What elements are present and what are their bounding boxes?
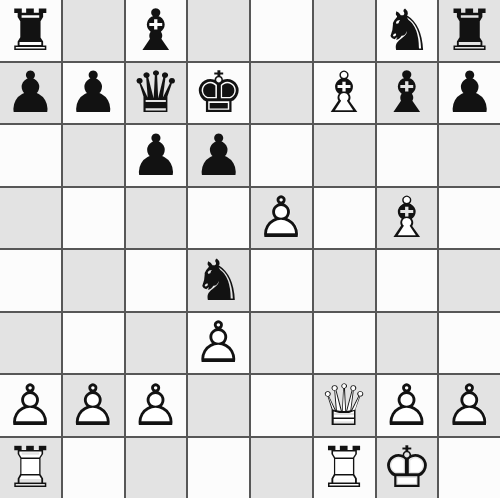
- piece-glyph: ♙: [5, 377, 56, 434]
- piece-black-pawn[interactable]: ♟: [444, 64, 495, 121]
- piece-glyph: ♟: [5, 64, 56, 121]
- piece-glyph: ♕: [319, 377, 370, 434]
- square-f8[interactable]: [314, 0, 375, 61]
- square-c5[interactable]: [126, 188, 187, 249]
- piece-glyph: ♞: [193, 252, 244, 309]
- piece-black-king[interactable]: ♚: [193, 64, 244, 121]
- piece-white-pawn[interactable]: ♟♙: [193, 314, 244, 371]
- square-g6[interactable]: [377, 125, 438, 186]
- square-g8[interactable]: ♞: [377, 0, 438, 61]
- square-a7[interactable]: ♟: [0, 63, 61, 124]
- square-h3[interactable]: [439, 313, 500, 374]
- piece-white-pawn[interactable]: ♟♙: [5, 377, 56, 434]
- square-a5[interactable]: [0, 188, 61, 249]
- square-a2[interactable]: ♟♙: [0, 375, 61, 436]
- piece-glyph: ♝: [130, 2, 181, 59]
- square-g1[interactable]: ♚♔: [377, 438, 438, 498]
- piece-white-pawn[interactable]: ♟♙: [130, 377, 181, 434]
- square-e2[interactable]: [251, 375, 312, 436]
- piece-black-pawn[interactable]: ♟: [193, 127, 244, 184]
- square-b6[interactable]: [63, 125, 124, 186]
- chess-board: ♜♝♞♜♟♟♛♚♝♗♝♟♟♟♟♙♝♗♞♟♙♟♙♟♙♟♙♛♕♟♙♟♙♜♖♜♖♚♔: [0, 0, 500, 498]
- square-d8[interactable]: [188, 0, 249, 61]
- square-d7[interactable]: ♚: [188, 63, 249, 124]
- piece-glyph: ♛: [130, 64, 181, 121]
- chess-board-wrap: ♜♝♞♜♟♟♛♚♝♗♝♟♟♟♟♙♝♗♞♟♙♟♙♟♙♟♙♛♕♟♙♟♙♜♖♜♖♚♔: [0, 0, 500, 498]
- piece-black-knight[interactable]: ♞: [381, 2, 432, 59]
- square-a1[interactable]: ♜♖: [0, 438, 61, 498]
- square-e4[interactable]: [251, 250, 312, 311]
- square-b5[interactable]: [63, 188, 124, 249]
- square-b8[interactable]: [63, 0, 124, 61]
- square-f3[interactable]: [314, 313, 375, 374]
- square-d6[interactable]: ♟: [188, 125, 249, 186]
- square-f4[interactable]: [314, 250, 375, 311]
- piece-black-knight[interactable]: ♞: [193, 252, 244, 309]
- piece-black-rook[interactable]: ♜: [444, 2, 495, 59]
- square-h8[interactable]: ♜: [439, 0, 500, 61]
- square-c1[interactable]: [126, 438, 187, 498]
- square-d2[interactable]: [188, 375, 249, 436]
- square-c8[interactable]: ♝: [126, 0, 187, 61]
- piece-glyph: ♟: [193, 127, 244, 184]
- square-c3[interactable]: [126, 313, 187, 374]
- piece-black-pawn[interactable]: ♟: [68, 64, 119, 121]
- square-f1[interactable]: ♜♖: [314, 438, 375, 498]
- piece-glyph: ♞: [381, 2, 432, 59]
- square-c4[interactable]: [126, 250, 187, 311]
- piece-glyph: ♖: [319, 439, 370, 496]
- square-f5[interactable]: [314, 188, 375, 249]
- piece-white-pawn[interactable]: ♟♙: [444, 377, 495, 434]
- piece-glyph: ♗: [319, 64, 370, 121]
- square-g5[interactable]: ♝♗: [377, 188, 438, 249]
- square-a4[interactable]: [0, 250, 61, 311]
- square-c7[interactable]: ♛: [126, 63, 187, 124]
- square-b7[interactable]: ♟: [63, 63, 124, 124]
- piece-black-bishop[interactable]: ♝: [381, 64, 432, 121]
- piece-glyph: ♟: [68, 64, 119, 121]
- piece-black-pawn[interactable]: ♟: [5, 64, 56, 121]
- piece-white-queen[interactable]: ♛♕: [319, 377, 370, 434]
- square-g7[interactable]: ♝: [377, 63, 438, 124]
- square-g3[interactable]: [377, 313, 438, 374]
- piece-glyph: ♟: [130, 127, 181, 184]
- square-a3[interactable]: [0, 313, 61, 374]
- square-f2[interactable]: ♛♕: [314, 375, 375, 436]
- piece-glyph: ♙: [444, 377, 495, 434]
- square-g4[interactable]: [377, 250, 438, 311]
- square-e7[interactable]: [251, 63, 312, 124]
- piece-glyph: ♚: [193, 64, 244, 121]
- square-d3[interactable]: ♟♙: [188, 313, 249, 374]
- square-f6[interactable]: [314, 125, 375, 186]
- square-a6[interactable]: [0, 125, 61, 186]
- square-h5[interactable]: [439, 188, 500, 249]
- piece-white-bishop[interactable]: ♝♗: [381, 189, 432, 246]
- square-d5[interactable]: [188, 188, 249, 249]
- square-h1[interactable]: [439, 438, 500, 498]
- square-e8[interactable]: [251, 0, 312, 61]
- piece-white-rook[interactable]: ♜♖: [5, 439, 56, 496]
- square-g2[interactable]: ♟♙: [377, 375, 438, 436]
- square-h6[interactable]: [439, 125, 500, 186]
- square-h2[interactable]: ♟♙: [439, 375, 500, 436]
- piece-white-rook[interactable]: ♜♖: [319, 439, 370, 496]
- square-d4[interactable]: ♞: [188, 250, 249, 311]
- piece-glyph: ♙: [381, 377, 432, 434]
- square-b2[interactable]: ♟♙: [63, 375, 124, 436]
- piece-white-bishop[interactable]: ♝♗: [319, 64, 370, 121]
- piece-glyph: ♔: [381, 439, 432, 496]
- piece-glyph: ♜: [5, 2, 56, 59]
- square-b3[interactable]: [63, 313, 124, 374]
- square-h7[interactable]: ♟: [439, 63, 500, 124]
- piece-glyph: ♖: [5, 439, 56, 496]
- piece-glyph: ♟: [444, 64, 495, 121]
- square-h4[interactable]: [439, 250, 500, 311]
- piece-black-queen[interactable]: ♛: [130, 64, 181, 121]
- square-e6[interactable]: [251, 125, 312, 186]
- square-e5[interactable]: ♟♙: [251, 188, 312, 249]
- piece-black-rook[interactable]: ♜: [5, 2, 56, 59]
- square-a8[interactable]: ♜: [0, 0, 61, 61]
- square-f7[interactable]: ♝♗: [314, 63, 375, 124]
- piece-glyph: ♙: [130, 377, 181, 434]
- square-c6[interactable]: ♟: [126, 125, 187, 186]
- piece-glyph: ♗: [381, 189, 432, 246]
- piece-white-pawn[interactable]: ♟♙: [68, 377, 119, 434]
- piece-glyph: ♙: [68, 377, 119, 434]
- square-b4[interactable]: [63, 250, 124, 311]
- piece-white-pawn[interactable]: ♟♙: [381, 377, 432, 434]
- piece-white-pawn[interactable]: ♟♙: [256, 189, 307, 246]
- piece-glyph: ♝: [381, 64, 432, 121]
- piece-glyph: ♙: [193, 314, 244, 371]
- square-c2[interactable]: ♟♙: [126, 375, 187, 436]
- piece-glyph: ♜: [444, 2, 495, 59]
- square-e1[interactable]: [251, 438, 312, 498]
- square-d1[interactable]: [188, 438, 249, 498]
- piece-black-pawn[interactable]: ♟: [130, 127, 181, 184]
- square-b1[interactable]: [63, 438, 124, 498]
- piece-white-king[interactable]: ♚♔: [381, 439, 432, 496]
- piece-black-bishop[interactable]: ♝: [130, 2, 181, 59]
- square-e3[interactable]: [251, 313, 312, 374]
- piece-glyph: ♙: [256, 189, 307, 246]
